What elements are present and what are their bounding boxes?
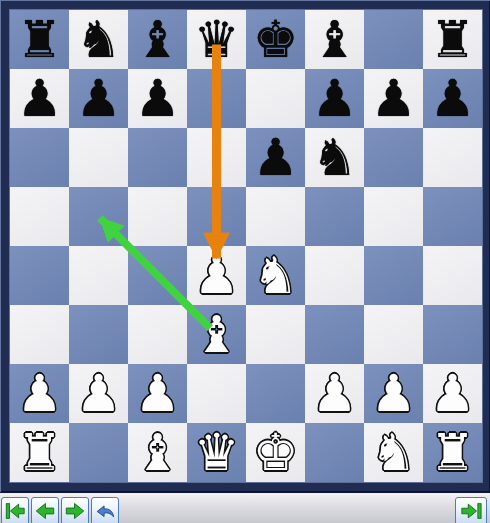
black-knight[interactable]: ♞ — [76, 10, 122, 69]
square-h6[interactable] — [423, 128, 482, 187]
square-b4[interactable] — [69, 246, 128, 305]
square-d5[interactable] — [187, 187, 246, 246]
square-h7[interactable]: ♟ — [423, 69, 482, 128]
square-c3[interactable] — [128, 305, 187, 364]
square-e8[interactable]: ♚ — [246, 10, 305, 69]
black-pawn[interactable]: ♟ — [135, 69, 181, 128]
black-bishop[interactable]: ♝ — [135, 10, 181, 69]
square-g5[interactable] — [364, 187, 423, 246]
square-g7[interactable]: ♟ — [364, 69, 423, 128]
square-f7[interactable]: ♟ — [305, 69, 364, 128]
square-e5[interactable] — [246, 187, 305, 246]
white-pawn[interactable]: ♟ — [17, 364, 63, 423]
square-a5[interactable] — [10, 187, 69, 246]
white-pawn[interactable]: ♟ — [76, 364, 122, 423]
white-knight[interactable]: ♞ — [253, 246, 299, 305]
black-pawn[interactable]: ♟ — [371, 69, 417, 128]
black-pawn[interactable]: ♟ — [430, 69, 476, 128]
square-c8[interactable]: ♝ — [128, 10, 187, 69]
square-b8[interactable]: ♞ — [69, 10, 128, 69]
square-f2[interactable]: ♟ — [305, 364, 364, 423]
square-d3[interactable]: ♝ — [187, 305, 246, 364]
white-bishop[interactable]: ♝ — [194, 305, 240, 364]
square-d2[interactable] — [187, 364, 246, 423]
square-d6[interactable] — [187, 128, 246, 187]
black-bishop[interactable]: ♝ — [312, 10, 358, 69]
black-pawn[interactable]: ♟ — [253, 128, 299, 187]
square-a4[interactable] — [10, 246, 69, 305]
arrow-right-icon — [64, 500, 86, 522]
square-e2[interactable] — [246, 364, 305, 423]
square-e7[interactable] — [246, 69, 305, 128]
square-f1[interactable] — [305, 423, 364, 482]
square-d4[interactable]: ♟ — [187, 246, 246, 305]
black-rook[interactable]: ♜ — [17, 10, 63, 69]
black-queen[interactable]: ♛ — [194, 10, 240, 69]
white-bishop[interactable]: ♝ — [135, 423, 181, 482]
square-h1[interactable]: ♜ — [423, 423, 482, 482]
square-b3[interactable] — [69, 305, 128, 364]
arrow-left-to-bar-icon — [4, 500, 26, 522]
square-g4[interactable] — [364, 246, 423, 305]
square-d8[interactable]: ♛ — [187, 10, 246, 69]
arrow-left-icon — [34, 500, 56, 522]
black-pawn[interactable]: ♟ — [17, 69, 63, 128]
square-b5[interactable] — [69, 187, 128, 246]
square-f3[interactable] — [305, 305, 364, 364]
square-h4[interactable] — [423, 246, 482, 305]
white-pawn[interactable]: ♟ — [312, 364, 358, 423]
square-h2[interactable]: ♟ — [423, 364, 482, 423]
square-e1[interactable]: ♚ — [246, 423, 305, 482]
square-e6[interactable]: ♟ — [246, 128, 305, 187]
square-g2[interactable]: ♟ — [364, 364, 423, 423]
go-to-end-button[interactable] — [455, 497, 487, 523]
chess-board: ♜♞♝♛♚♝♜♟♟♟♟♟♟♟♞♟♞♝♟♟♟♟♟♟♜♝♛♚♞♜ — [9, 9, 483, 483]
white-pawn[interactable]: ♟ — [135, 364, 181, 423]
square-c7[interactable]: ♟ — [128, 69, 187, 128]
square-h8[interactable]: ♜ — [423, 10, 482, 69]
square-f5[interactable] — [305, 187, 364, 246]
chess-board-frame: ♜♞♝♛♚♝♜♟♟♟♟♟♟♟♞♟♞♝♟♟♟♟♟♟♜♝♛♚♞♜ — [0, 0, 490, 492]
square-e4[interactable]: ♞ — [246, 246, 305, 305]
square-f4[interactable] — [305, 246, 364, 305]
square-c5[interactable] — [128, 187, 187, 246]
white-king[interactable]: ♚ — [253, 423, 299, 482]
square-a1[interactable]: ♜ — [10, 423, 69, 482]
square-c2[interactable]: ♟ — [128, 364, 187, 423]
square-f8[interactable]: ♝ — [305, 10, 364, 69]
square-b1[interactable] — [69, 423, 128, 482]
square-d1[interactable]: ♛ — [187, 423, 246, 482]
previous-move-button[interactable] — [31, 497, 59, 523]
arrow-right-to-bar-icon — [459, 500, 483, 522]
white-knight[interactable]: ♞ — [371, 423, 417, 482]
white-pawn[interactable]: ♟ — [194, 246, 240, 305]
square-h5[interactable] — [423, 187, 482, 246]
square-d7[interactable] — [187, 69, 246, 128]
black-pawn[interactable]: ♟ — [76, 69, 122, 128]
white-queen[interactable]: ♛ — [194, 423, 240, 482]
next-move-button[interactable] — [61, 497, 89, 523]
black-rook[interactable]: ♜ — [430, 10, 476, 69]
square-b7[interactable]: ♟ — [69, 69, 128, 128]
square-c4[interactable] — [128, 246, 187, 305]
square-a8[interactable]: ♜ — [10, 10, 69, 69]
square-a3[interactable] — [10, 305, 69, 364]
square-g8[interactable] — [364, 10, 423, 69]
undo-curved-arrow-icon — [94, 500, 116, 522]
black-knight[interactable]: ♞ — [312, 128, 358, 187]
square-g3[interactable] — [364, 305, 423, 364]
square-b2[interactable]: ♟ — [69, 364, 128, 423]
square-a2[interactable]: ♟ — [10, 364, 69, 423]
go-to-start-button[interactable] — [1, 497, 29, 523]
black-pawn[interactable]: ♟ — [312, 69, 358, 128]
square-c1[interactable]: ♝ — [128, 423, 187, 482]
square-h3[interactable] — [423, 305, 482, 364]
square-e3[interactable] — [246, 305, 305, 364]
square-c6[interactable] — [128, 128, 187, 187]
square-g1[interactable]: ♞ — [364, 423, 423, 482]
undo-move-button[interactable] — [91, 497, 119, 523]
white-pawn[interactable]: ♟ — [430, 364, 476, 423]
white-rook[interactable]: ♜ — [17, 423, 63, 482]
navigation-toolbar — [0, 492, 490, 523]
square-f6[interactable]: ♞ — [305, 128, 364, 187]
white-rook[interactable]: ♜ — [430, 423, 476, 482]
square-a7[interactable]: ♟ — [10, 69, 69, 128]
chess-app: ♜♞♝♛♚♝♜♟♟♟♟♟♟♟♞♟♞♝♟♟♟♟♟♟♜♝♛♚♞♜ — [0, 0, 490, 523]
square-g6[interactable] — [364, 128, 423, 187]
black-king[interactable]: ♚ — [253, 10, 299, 69]
white-pawn[interactable]: ♟ — [371, 364, 417, 423]
square-b6[interactable] — [69, 128, 128, 187]
square-a6[interactable] — [10, 128, 69, 187]
